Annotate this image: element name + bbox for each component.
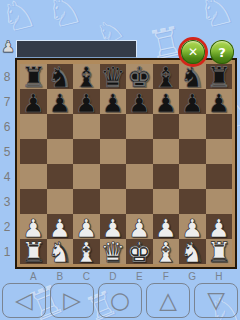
square-g1[interactable]: ♞ [179,239,206,264]
file-label-g: G [179,270,206,282]
square-a1[interactable]: ♜ [20,239,47,264]
square-c7[interactable]: ♟ [73,89,100,114]
square-f1[interactable]: ♝ [153,239,180,264]
square-b7[interactable]: ♟ [47,89,74,114]
black-r-piece[interactable]: ♜ [206,66,231,90]
square-f8[interactable]: ♝ [153,64,180,89]
square-h1[interactable]: ♜ [206,239,233,264]
square-b3[interactable] [47,189,74,214]
close-icon: ✕ [181,40,205,64]
square-f7[interactable]: ♟ [153,89,180,114]
square-g5[interactable] [179,139,206,164]
rank-label-8: 8 [0,64,14,89]
chess-board: ♜♞♝♛♚♝♞♜♟♟♟♟♟♟♟♟♟♟♟♟♟♟♟♟♜♞♝♛♚♝♞♜ [15,58,237,269]
square-a8[interactable]: ♜ [20,64,47,89]
square-c8[interactable]: ♝ [73,64,100,89]
file-label-b: B [47,270,74,282]
square-f5[interactable] [153,139,180,164]
square-b4[interactable] [47,164,74,189]
square-a7[interactable]: ♟ [20,89,47,114]
black-p-piece[interactable]: ♟ [49,92,71,115]
black-p-piece[interactable]: ♟ [102,92,124,115]
file-label-a: A [20,270,47,282]
white-r-piece[interactable]: ♜ [206,241,231,265]
black-r-piece[interactable]: ♜ [21,66,46,90]
file-labels: ABCDEFGH [20,270,232,282]
file-label-h: H [206,270,233,282]
background-piece-watermark: ♘ [0,0,41,42]
black-n-piece[interactable]: ♞ [47,66,72,90]
square-f4[interactable] [153,164,180,189]
select-button[interactable]: ○ [98,283,142,318]
white-q-piece[interactable]: ♛ [100,241,125,265]
black-n-piece[interactable]: ♞ [180,66,205,90]
white-n-piece[interactable]: ♞ [47,241,72,265]
control-pad: ◁▷○△▽ [2,283,238,318]
move-input[interactable] [16,40,137,58]
rank-labels: 87654321 [0,64,14,264]
square-h8[interactable]: ♜ [206,64,233,89]
right-button[interactable]: ▷ [50,283,94,318]
white-r-piece[interactable]: ♜ [21,241,46,265]
square-d5[interactable] [100,139,127,164]
file-label-f: F [153,270,180,282]
rank-label-5: 5 [0,139,14,164]
square-g8[interactable]: ♞ [179,64,206,89]
square-g4[interactable] [179,164,206,189]
square-h5[interactable] [206,139,233,164]
square-h7[interactable]: ♟ [206,89,233,114]
close-button[interactable]: ✕ [178,37,208,67]
square-e3[interactable] [126,189,153,214]
help-button[interactable]: ? [210,40,234,64]
background-piece-watermark: ♘ [41,0,87,38]
file-label-e: E [126,270,153,282]
black-k-piece[interactable]: ♚ [127,66,152,90]
square-b5[interactable] [47,139,74,164]
square-f3[interactable] [153,189,180,214]
file-label-c: C [73,270,100,282]
square-e8[interactable]: ♚ [126,64,153,89]
black-p-piece[interactable]: ♟ [155,92,177,115]
square-a3[interactable] [20,189,47,214]
white-b-piece[interactable]: ♝ [153,241,178,265]
square-e4[interactable] [126,164,153,189]
black-p-piece[interactable]: ♟ [181,92,203,115]
chess-app-screen: ♘♘♘♘♖♘♖♖♘ ♟ ✕ ? 87654321 ♜♞♝♛♚♝♞♜♟♟♟♟♟♟♟… [0,0,240,320]
square-c3[interactable] [73,189,100,214]
down-button[interactable]: ▽ [194,283,238,318]
rank-label-7: 7 [0,89,14,114]
white-pawn-icon: ♟ [1,38,15,56]
square-e1[interactable]: ♚ [126,239,153,264]
black-p-piece[interactable]: ♟ [22,92,44,115]
black-b-piece[interactable]: ♝ [153,66,178,90]
black-p-piece[interactable]: ♟ [75,92,97,115]
rank-label-6: 6 [0,114,14,139]
square-b8[interactable]: ♞ [47,64,74,89]
file-label-d: D [100,270,127,282]
square-c4[interactable] [73,164,100,189]
square-d8[interactable]: ♛ [100,64,127,89]
white-b-piece[interactable]: ♝ [74,241,99,265]
square-e5[interactable] [126,139,153,164]
square-g7[interactable]: ♟ [179,89,206,114]
square-d1[interactable]: ♛ [100,239,127,264]
board-squares: ♜♞♝♛♚♝♞♜♟♟♟♟♟♟♟♟♟♟♟♟♟♟♟♟♜♞♝♛♚♝♞♜ [20,64,232,264]
square-h4[interactable] [206,164,233,189]
square-c5[interactable] [73,139,100,164]
up-button[interactable]: △ [146,283,190,318]
square-a4[interactable] [20,164,47,189]
rank-label-3: 3 [0,189,14,214]
white-k-piece[interactable]: ♚ [127,241,152,265]
rank-label-1: 1 [0,239,14,264]
square-b1[interactable]: ♞ [47,239,74,264]
white-n-piece[interactable]: ♞ [180,241,205,265]
black-q-piece[interactable]: ♛ [100,66,125,90]
square-e7[interactable]: ♟ [126,89,153,114]
black-p-piece[interactable]: ♟ [208,92,230,115]
square-a5[interactable] [20,139,47,164]
square-c1[interactable]: ♝ [73,239,100,264]
rank-label-4: 4 [0,164,14,189]
square-d4[interactable] [100,164,127,189]
black-b-piece[interactable]: ♝ [74,66,99,90]
rank-label-2: 2 [0,214,14,239]
black-p-piece[interactable]: ♟ [128,92,150,115]
square-h3[interactable] [206,189,233,214]
square-d7[interactable]: ♟ [100,89,127,114]
left-button[interactable]: ◁ [2,283,46,318]
background-piece-watermark: ♘ [193,0,239,38]
square-d3[interactable] [100,189,127,214]
square-g3[interactable] [179,189,206,214]
